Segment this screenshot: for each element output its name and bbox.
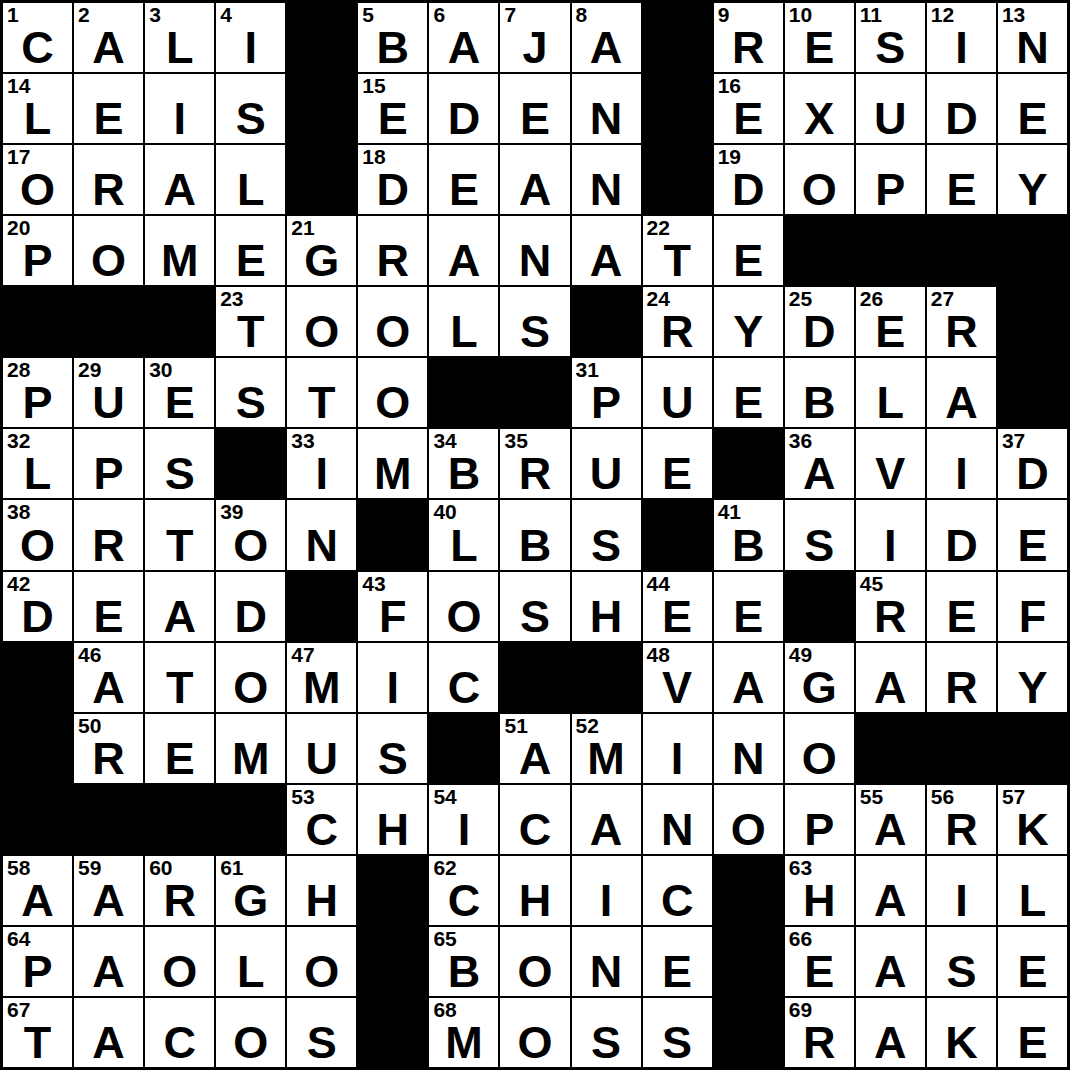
clue-number: 56 — [931, 785, 954, 809]
cell-r3c6[interactable]: 18D — [358, 145, 427, 214]
cell-r4c8[interactable]: N — [500, 216, 569, 285]
cell-r7c1[interactable]: 32L — [3, 429, 72, 498]
clue-number: 40 — [433, 500, 456, 524]
cell-r10c5[interactable]: 47M — [287, 643, 356, 712]
cell-letter: E — [94, 96, 124, 143]
cell-r5c14[interactable]: 27R — [927, 287, 996, 356]
cell-r9c1[interactable]: 42D — [3, 572, 72, 641]
clue-number: 13 — [1002, 3, 1025, 27]
cell-r5c11[interactable]: Y — [714, 287, 783, 356]
cell-r1c3[interactable]: 3L — [145, 3, 214, 72]
cell-letter: N — [306, 523, 339, 570]
clue-number: 18 — [362, 145, 385, 169]
cell-r14c13[interactable]: A — [856, 927, 925, 996]
cell-r8c9[interactable]: S — [572, 500, 641, 569]
cell-r12c14[interactable]: 56R — [927, 785, 996, 854]
cell-r15c7[interactable]: 68M — [429, 998, 498, 1067]
cell-r1c15[interactable]: 13N — [998, 3, 1067, 72]
clue-number: 1 — [7, 3, 19, 27]
cell-letter: A — [874, 807, 907, 854]
cell-r3c7[interactable]: E — [429, 145, 498, 214]
cell-letter: B — [448, 451, 481, 498]
block-r14c6 — [358, 927, 427, 996]
cell-r13c12[interactable]: 63H — [785, 856, 854, 925]
cell-r10c14[interactable]: R — [927, 643, 996, 712]
cell-r9c11[interactable]: E — [714, 572, 783, 641]
cell-r10c10[interactable]: 48V — [643, 643, 712, 712]
cell-r9c14[interactable]: E — [927, 572, 996, 641]
cell-r14c14[interactable]: S — [927, 927, 996, 996]
cell-r6c9[interactable]: 31P — [572, 358, 641, 427]
cell-r7c13[interactable]: V — [856, 429, 925, 498]
cell-letter: E — [165, 380, 195, 427]
cell-r3c12[interactable]: O — [785, 145, 854, 214]
cell-letter: M — [303, 665, 341, 712]
cell-r15c12[interactable]: 69R — [785, 998, 854, 1067]
cell-r14c8[interactable]: O — [500, 927, 569, 996]
cell-r3c8[interactable]: A — [500, 145, 569, 214]
cell-letter: L — [1019, 878, 1047, 925]
cell-letter: G — [304, 238, 339, 285]
cell-r6c14[interactable]: A — [927, 358, 996, 427]
cell-r9c9[interactable]: H — [572, 572, 641, 641]
cell-letter: A — [945, 380, 978, 427]
block-r12c3 — [145, 785, 214, 854]
cell-r2c14[interactable]: D — [927, 74, 996, 143]
cell-r9c6[interactable]: 43F — [358, 572, 427, 641]
block-r12c2 — [74, 785, 143, 854]
cell-r12c10[interactable]: N — [643, 785, 712, 854]
cell-r13c4[interactable]: 61G — [216, 856, 285, 925]
clue-number: 27 — [931, 287, 954, 311]
cell-r15c9[interactable]: S — [572, 998, 641, 1067]
cell-r2c9[interactable]: N — [572, 74, 641, 143]
cell-letter: D — [1016, 451, 1049, 498]
cell-r7c10[interactable]: E — [643, 429, 712, 498]
block-r11c1 — [3, 714, 72, 783]
cell-letter: O — [304, 309, 339, 356]
cell-r5c5[interactable]: O — [287, 287, 356, 356]
cell-r15c2[interactable]: A — [74, 998, 143, 1067]
cell-r3c13[interactable]: P — [856, 145, 925, 214]
cell-r3c3[interactable]: A — [145, 145, 214, 214]
cell-r4c7[interactable]: A — [429, 216, 498, 285]
cell-letter: O — [731, 807, 766, 854]
cell-r14c9[interactable]: N — [572, 927, 641, 996]
cell-r3c1[interactable]: 17O — [3, 145, 72, 214]
cell-r4c2[interactable]: O — [74, 216, 143, 285]
cell-r8c12[interactable]: S — [785, 500, 854, 569]
cell-r14c10[interactable]: E — [643, 927, 712, 996]
cell-r10c3[interactable]: T — [145, 643, 214, 712]
cell-r11c6[interactable]: S — [358, 714, 427, 783]
cell-letter: P — [94, 451, 124, 498]
cell-r9c15[interactable]: F — [998, 572, 1067, 641]
cell-r8c11[interactable]: 41B — [714, 500, 783, 569]
cell-letter: A — [448, 25, 481, 72]
cell-r2c4[interactable]: S — [216, 74, 285, 143]
cell-letter: I — [955, 878, 968, 925]
cell-r1c4[interactable]: 4I — [216, 3, 285, 72]
cell-letter: D — [945, 96, 978, 143]
cell-r6c1[interactable]: 28P — [3, 358, 72, 427]
cell-r14c1[interactable]: 64P — [3, 927, 72, 996]
cell-letter: L — [237, 167, 265, 214]
cell-r13c9[interactable]: I — [572, 856, 641, 925]
cell-letter: A — [163, 167, 196, 214]
cell-r15c4[interactable]: O — [216, 998, 285, 1067]
cell-r8c15[interactable]: E — [998, 500, 1067, 569]
block-r12c4 — [216, 785, 285, 854]
cell-letter: R — [803, 1020, 836, 1067]
cell-r6c2[interactable]: 29U — [74, 358, 143, 427]
cell-r13c3[interactable]: 60R — [145, 856, 214, 925]
cell-r7c15[interactable]: 37D — [998, 429, 1067, 498]
block-r4c14 — [927, 216, 996, 285]
cell-r14c12[interactable]: 66E — [785, 927, 854, 996]
cell-r9c13[interactable]: 45R — [856, 572, 925, 641]
cell-letter: E — [804, 949, 834, 996]
cell-r6c4[interactable]: S — [216, 358, 285, 427]
cell-r2c6[interactable]: 15E — [358, 74, 427, 143]
cell-r1c7[interactable]: 6A — [429, 3, 498, 72]
cell-r7c6[interactable]: M — [358, 429, 427, 498]
cell-r9c4[interactable]: D — [216, 572, 285, 641]
cell-r8c2[interactable]: R — [74, 500, 143, 569]
cell-r12c13[interactable]: 55A — [856, 785, 925, 854]
cell-r5c4[interactable]: 23T — [216, 287, 285, 356]
cell-r6c3[interactable]: 30E — [145, 358, 214, 427]
cell-r8c14[interactable]: D — [927, 500, 996, 569]
cell-letter: F — [379, 594, 407, 641]
cell-letter: E — [875, 309, 905, 356]
clue-number: 59 — [78, 856, 101, 880]
cell-r15c5[interactable]: S — [287, 998, 356, 1067]
clue-number: 48 — [647, 643, 670, 667]
clue-number: 44 — [647, 572, 670, 596]
cell-r11c10[interactable]: I — [643, 714, 712, 783]
clue-number: 24 — [647, 287, 670, 311]
cell-letter: A — [590, 238, 623, 285]
cell-letter: P — [591, 380, 621, 427]
cell-letter: Y — [733, 309, 763, 356]
cell-r11c8[interactable]: 51A — [500, 714, 569, 783]
cell-r2c13[interactable]: U — [856, 74, 925, 143]
cell-letter: E — [1017, 523, 1047, 570]
block-r6c7 — [429, 358, 498, 427]
cell-r5c7[interactable]: L — [429, 287, 498, 356]
cell-r15c10[interactable]: S — [643, 998, 712, 1067]
cell-letter: E — [733, 238, 763, 285]
cell-letter: S — [236, 96, 266, 143]
cell-r4c5[interactable]: 21G — [287, 216, 356, 285]
cell-r7c14[interactable]: I — [927, 429, 996, 498]
clue-number: 61 — [220, 856, 243, 880]
cell-letter: I — [173, 96, 186, 143]
cell-letter: Y — [1017, 167, 1047, 214]
cell-r13c5[interactable]: H — [287, 856, 356, 925]
clue-number: 22 — [647, 216, 670, 240]
cell-letter: B — [448, 949, 481, 996]
cell-letter: L — [237, 949, 265, 996]
cell-r3c9[interactable]: N — [572, 145, 641, 214]
cell-letter: P — [23, 949, 53, 996]
cell-r10c2[interactable]: 46A — [74, 643, 143, 712]
cell-letter: I — [671, 736, 684, 783]
block-r4c12 — [785, 216, 854, 285]
cell-letter: D — [448, 96, 481, 143]
cell-letter: R — [945, 665, 978, 712]
cell-r8c13[interactable]: I — [856, 500, 925, 569]
cell-r13c7[interactable]: 62C — [429, 856, 498, 925]
clue-number: 4 — [220, 3, 232, 27]
cell-r11c2[interactable]: 50R — [74, 714, 143, 783]
cell-r14c2[interactable]: A — [74, 927, 143, 996]
cell-r9c10[interactable]: 44E — [643, 572, 712, 641]
cell-r4c9[interactable]: A — [572, 216, 641, 285]
cell-letter: N — [590, 96, 623, 143]
cell-r12c15[interactable]: 57K — [998, 785, 1067, 854]
cell-r6c11[interactable]: E — [714, 358, 783, 427]
cell-letter: O — [233, 1020, 268, 1067]
cell-r3c4[interactable]: L — [216, 145, 285, 214]
cell-r3c14[interactable]: E — [927, 145, 996, 214]
cell-r12c9[interactable]: A — [572, 785, 641, 854]
cell-letter: H — [377, 807, 410, 854]
cell-r8c8[interactable]: B — [500, 500, 569, 569]
cell-letter: A — [92, 25, 125, 72]
cell-r6c5[interactable]: T — [287, 358, 356, 427]
cell-letter: G — [233, 878, 268, 925]
clue-number: 29 — [78, 358, 101, 382]
block-r7c4 — [216, 429, 285, 498]
clue-number: 41 — [718, 500, 741, 524]
cell-letter: E — [946, 594, 976, 641]
cell-r2c2[interactable]: E — [74, 74, 143, 143]
cell-r12c5[interactable]: 53C — [287, 785, 356, 854]
cell-r6c12[interactable]: B — [785, 358, 854, 427]
cell-r1c12[interactable]: 10E — [785, 3, 854, 72]
cell-r15c3[interactable]: C — [145, 998, 214, 1067]
block-r4c13 — [856, 216, 925, 285]
cell-r7c7[interactable]: 34B — [429, 429, 498, 498]
cell-letter: U — [661, 380, 694, 427]
clue-number: 46 — [78, 643, 101, 667]
cell-r2c8[interactable]: E — [500, 74, 569, 143]
cell-r14c5[interactable]: O — [287, 927, 356, 996]
cell-r9c8[interactable]: S — [500, 572, 569, 641]
cell-r3c11[interactable]: 19D — [714, 145, 783, 214]
cell-r11c4[interactable]: M — [216, 714, 285, 783]
cell-r13c8[interactable]: H — [500, 856, 569, 925]
cell-r9c3[interactable]: A — [145, 572, 214, 641]
clue-number: 55 — [860, 785, 883, 809]
cell-r5c13[interactable]: 26E — [856, 287, 925, 356]
cell-letter: R — [874, 594, 907, 641]
clue-number: 11 — [860, 3, 882, 27]
cell-r5c10[interactable]: 24R — [643, 287, 712, 356]
cell-r14c3[interactable]: O — [145, 927, 214, 996]
cell-r4c4[interactable]: E — [216, 216, 285, 285]
cell-r6c10[interactable]: U — [643, 358, 712, 427]
cell-r15c1[interactable]: 67T — [3, 998, 72, 1067]
cell-r11c9[interactable]: 52M — [572, 714, 641, 783]
block-r2c5 — [287, 74, 356, 143]
cell-r13c15[interactable]: L — [998, 856, 1067, 925]
cell-r8c1[interactable]: 38O — [3, 500, 72, 569]
cell-r1c9[interactable]: 8A — [572, 3, 641, 72]
cell-r13c13[interactable]: A — [856, 856, 925, 925]
cell-letter: A — [92, 878, 125, 925]
cell-r10c4[interactable]: O — [216, 643, 285, 712]
cell-r6c13[interactable]: L — [856, 358, 925, 427]
clue-number: 58 — [7, 856, 30, 880]
cell-r7c2[interactable]: P — [74, 429, 143, 498]
cell-r15c15[interactable]: E — [998, 998, 1067, 1067]
cell-letter: R — [732, 25, 765, 72]
cell-r1c13[interactable]: 11S — [856, 3, 925, 72]
cell-r2c15[interactable]: E — [998, 74, 1067, 143]
cell-r11c5[interactable]: U — [287, 714, 356, 783]
cell-r15c13[interactable]: A — [856, 998, 925, 1067]
cell-r1c6[interactable]: 5B — [358, 3, 427, 72]
cell-letter: S — [520, 594, 550, 641]
cell-r1c8[interactable]: 7J — [500, 3, 569, 72]
cell-r5c12[interactable]: 25D — [785, 287, 854, 356]
cell-letter: S — [520, 309, 550, 356]
cell-letter: A — [590, 807, 623, 854]
cell-letter: R — [945, 309, 978, 356]
cell-r12c12[interactable]: P — [785, 785, 854, 854]
cell-r4c1[interactable]: 20P — [3, 216, 72, 285]
cell-letter: H — [803, 878, 836, 925]
cell-r10c13[interactable]: A — [856, 643, 925, 712]
cell-r1c2[interactable]: 2A — [74, 3, 143, 72]
cell-r7c3[interactable]: S — [145, 429, 214, 498]
cell-r4c6[interactable]: R — [358, 216, 427, 285]
cell-r5c8[interactable]: S — [500, 287, 569, 356]
cell-r2c3[interactable]: I — [145, 74, 214, 143]
cell-letter: I — [600, 878, 613, 925]
cell-letter: R — [377, 238, 410, 285]
clue-number: 66 — [789, 927, 812, 951]
cell-r15c8[interactable]: O — [500, 998, 569, 1067]
cell-r5c6[interactable]: O — [358, 287, 427, 356]
clue-number: 20 — [7, 216, 30, 240]
cell-r9c7[interactable]: O — [429, 572, 498, 641]
clue-number: 28 — [7, 358, 30, 382]
cell-r4c10[interactable]: 22T — [643, 216, 712, 285]
cell-r2c11[interactable]: 16E — [714, 74, 783, 143]
cell-letter: L — [450, 309, 478, 356]
cell-letter: C — [448, 878, 481, 925]
cell-r1c11[interactable]: 9R — [714, 3, 783, 72]
cell-letter: S — [875, 25, 905, 72]
clue-number: 21 — [291, 216, 314, 240]
cell-r13c10[interactable]: C — [643, 856, 712, 925]
cell-letter: S — [378, 736, 408, 783]
clue-number: 15 — [362, 74, 385, 98]
cell-letter: N — [661, 807, 694, 854]
clue-number: 49 — [789, 643, 812, 667]
clue-number: 10 — [789, 3, 812, 27]
cell-r8c4[interactable]: 39O — [216, 500, 285, 569]
cell-r2c1[interactable]: 14L — [3, 74, 72, 143]
cell-letter: M — [374, 451, 412, 498]
cell-r11c3[interactable]: E — [145, 714, 214, 783]
cell-r1c14[interactable]: 12I — [927, 3, 996, 72]
cell-r8c3[interactable]: T — [145, 500, 214, 569]
cell-letter: P — [23, 238, 53, 285]
cell-r13c14[interactable]: I — [927, 856, 996, 925]
cell-r4c3[interactable]: M — [145, 216, 214, 285]
cell-letter: D — [803, 309, 836, 356]
cell-r12c6[interactable]: H — [358, 785, 427, 854]
block-r9c5 — [287, 572, 356, 641]
clue-number: 7 — [504, 3, 516, 27]
clue-number: 67 — [7, 998, 30, 1022]
cell-r12c8[interactable]: C — [500, 785, 569, 854]
cell-r13c1[interactable]: 58A — [3, 856, 72, 925]
cell-r10c12[interactable]: 49G — [785, 643, 854, 712]
cell-r8c5[interactable]: N — [287, 500, 356, 569]
cell-r11c11[interactable]: N — [714, 714, 783, 783]
cell-r7c5[interactable]: 33I — [287, 429, 356, 498]
cell-r12c7[interactable]: 54I — [429, 785, 498, 854]
clue-number: 25 — [789, 287, 812, 311]
cell-letter: O — [517, 1020, 552, 1067]
cell-r10c15[interactable]: Y — [998, 643, 1067, 712]
cell-r9c2[interactable]: E — [74, 572, 143, 641]
cell-r12c11[interactable]: O — [714, 785, 783, 854]
cell-r7c12[interactable]: 36A — [785, 429, 854, 498]
cell-r4c11[interactable]: E — [714, 216, 783, 285]
cell-letter: J — [522, 25, 547, 72]
cell-r10c6[interactable]: I — [358, 643, 427, 712]
cell-r7c8[interactable]: 35R — [500, 429, 569, 498]
cell-letter: K — [945, 1020, 978, 1067]
cell-r2c12[interactable]: X — [785, 74, 854, 143]
cell-letter: A — [519, 167, 552, 214]
cell-letter: U — [306, 736, 339, 783]
cell-r3c2[interactable]: R — [74, 145, 143, 214]
cell-letter: Y — [1017, 665, 1047, 712]
cell-letter: N — [1016, 25, 1049, 72]
cell-r11c12[interactable]: O — [785, 714, 854, 783]
cell-r8c7[interactable]: 40L — [429, 500, 498, 569]
cell-r1c1[interactable]: 1C — [3, 3, 72, 72]
cell-r14c4[interactable]: L — [216, 927, 285, 996]
cell-letter: E — [449, 167, 479, 214]
clue-number: 37 — [1002, 429, 1025, 453]
cell-r10c11[interactable]: A — [714, 643, 783, 712]
cell-letter: I — [955, 25, 968, 72]
block-r5c3 — [145, 287, 214, 356]
cell-r14c15[interactable]: E — [998, 927, 1067, 996]
clue-number: 54 — [433, 785, 456, 809]
cell-r10c7[interactable]: C — [429, 643, 498, 712]
cell-letter: M — [587, 736, 625, 783]
cell-r3c15[interactable]: Y — [998, 145, 1067, 214]
cell-letter: S — [591, 1020, 621, 1067]
cell-r14c7[interactable]: 65B — [429, 927, 498, 996]
cell-r6c6[interactable]: O — [358, 358, 427, 427]
cell-r15c14[interactable]: K — [927, 998, 996, 1067]
cell-r7c9[interactable]: U — [572, 429, 641, 498]
block-r5c15 — [998, 287, 1067, 356]
cell-r2c7[interactable]: D — [429, 74, 498, 143]
cell-r13c2[interactable]: 59A — [74, 856, 143, 925]
